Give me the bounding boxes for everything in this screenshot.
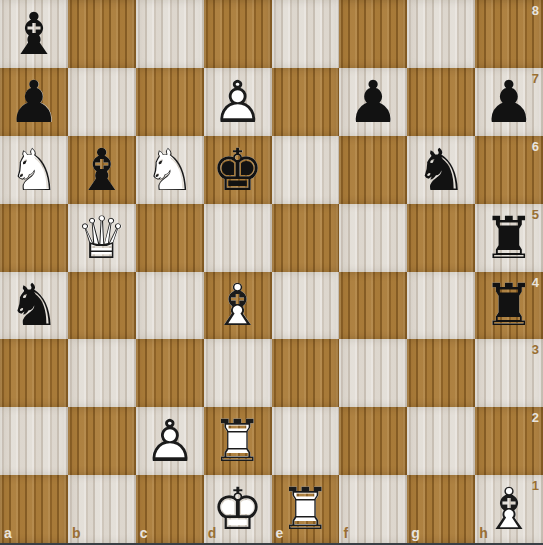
black-pawn-glyph-detail: ♟ [475, 68, 543, 136]
white-pawn-glyph-detail: ♙ [204, 68, 272, 136]
square-b2[interactable] [68, 407, 136, 475]
square-f5[interactable] [339, 204, 407, 272]
piece-black-pawn[interactable]: ♙♟ [339, 68, 407, 136]
piece-black-rook[interactable]: ♖♜ [475, 204, 543, 272]
square-c2[interactable]: ♟♙ [136, 407, 204, 475]
piece-black-bishop[interactable]: ♗♝ [0, 0, 68, 68]
white-knight-glyph-detail: ♘ [0, 136, 68, 204]
black-pawn-glyph-detail: ♟ [0, 68, 68, 136]
black-knight-glyph-detail: ♞ [0, 272, 68, 340]
square-b1[interactable]: b [68, 475, 136, 543]
piece-white-queen[interactable]: ♛♕ [68, 204, 136, 272]
square-a3[interactable] [0, 339, 68, 407]
square-d4[interactable]: ♝♗ [204, 272, 272, 340]
square-f8[interactable] [339, 0, 407, 68]
piece-black-king[interactable]: ♔♚ [204, 136, 272, 204]
square-b5[interactable]: ♛♕ [68, 204, 136, 272]
rank-label-2: 2 [532, 410, 539, 425]
file-label-a: a [4, 525, 12, 541]
square-h4[interactable]: ♖♜4 [475, 272, 543, 340]
square-g5[interactable] [407, 204, 475, 272]
square-f2[interactable] [339, 407, 407, 475]
square-c1[interactable]: c [136, 475, 204, 543]
square-g6[interactable]: ♘♞ [407, 136, 475, 204]
black-rook-glyph-detail: ♜ [475, 204, 543, 272]
chess-board-wrap: ♗♝8♙♟♟♙♙♟♙♟7♞♘♗♝♞♘♔♚♘♞6♛♕♖♜5♘♞♝♗♖♜43♟♙♜♖… [0, 0, 543, 545]
square-c3[interactable] [136, 339, 204, 407]
white-king-glyph-detail: ♔ [204, 475, 272, 543]
square-d2[interactable]: ♜♖ [204, 407, 272, 475]
black-bishop-glyph-detail: ♝ [68, 136, 136, 204]
square-b3[interactable] [68, 339, 136, 407]
square-e1[interactable]: ♜♖e [272, 475, 340, 543]
piece-black-bishop[interactable]: ♗♝ [68, 136, 136, 204]
square-d7[interactable]: ♟♙ [204, 68, 272, 136]
square-g4[interactable] [407, 272, 475, 340]
file-label-f: f [343, 525, 348, 541]
square-e4[interactable] [272, 272, 340, 340]
white-rook-glyph-detail: ♖ [204, 407, 272, 475]
black-rook-glyph-detail: ♜ [475, 272, 543, 340]
square-e6[interactable] [272, 136, 340, 204]
square-c4[interactable] [136, 272, 204, 340]
piece-white-king[interactable]: ♚♔ [204, 475, 272, 543]
piece-white-knight[interactable]: ♞♘ [0, 136, 68, 204]
square-g1[interactable]: g [407, 475, 475, 543]
square-b4[interactable] [68, 272, 136, 340]
square-b7[interactable] [68, 68, 136, 136]
piece-white-bishop[interactable]: ♝♗ [475, 475, 543, 543]
chess-board: ♗♝8♙♟♟♙♙♟♙♟7♞♘♗♝♞♘♔♚♘♞6♛♕♖♜5♘♞♝♗♖♜43♟♙♜♖… [0, 0, 543, 543]
piece-black-pawn[interactable]: ♙♟ [475, 68, 543, 136]
piece-black-knight[interactable]: ♘♞ [0, 272, 68, 340]
square-g8[interactable] [407, 0, 475, 68]
square-a7[interactable]: ♙♟ [0, 68, 68, 136]
white-bishop-glyph-detail: ♗ [475, 475, 543, 543]
square-a4[interactable]: ♘♞ [0, 272, 68, 340]
square-f1[interactable]: f [339, 475, 407, 543]
square-e5[interactable] [272, 204, 340, 272]
square-a8[interactable]: ♗♝ [0, 0, 68, 68]
black-bishop-glyph-detail: ♝ [0, 0, 68, 68]
piece-white-rook[interactable]: ♜♖ [204, 407, 272, 475]
square-d8[interactable] [204, 0, 272, 68]
white-bishop-glyph-detail: ♗ [204, 272, 272, 340]
square-d6[interactable]: ♔♚ [204, 136, 272, 204]
square-a5[interactable] [0, 204, 68, 272]
square-h3[interactable]: 3 [475, 339, 543, 407]
file-label-b: b [72, 525, 81, 541]
square-g7[interactable] [407, 68, 475, 136]
square-d5[interactable] [204, 204, 272, 272]
rank-label-3: 3 [532, 342, 539, 357]
piece-black-knight[interactable]: ♘♞ [407, 136, 475, 204]
rank-label-8: 8 [532, 3, 539, 18]
black-pawn-glyph-detail: ♟ [339, 68, 407, 136]
square-b8[interactable] [68, 0, 136, 68]
square-f7[interactable]: ♙♟ [339, 68, 407, 136]
rank-label-6: 6 [532, 139, 539, 154]
square-h1[interactable]: ♝♗1h [475, 475, 543, 543]
piece-white-bishop[interactable]: ♝♗ [204, 272, 272, 340]
black-king-glyph-detail: ♚ [204, 136, 272, 204]
square-h6[interactable]: 6 [475, 136, 543, 204]
white-pawn-glyph-detail: ♙ [136, 407, 204, 475]
square-c5[interactable] [136, 204, 204, 272]
square-c6[interactable]: ♞♘ [136, 136, 204, 204]
square-a6[interactable]: ♞♘ [0, 136, 68, 204]
file-label-c: c [140, 525, 148, 541]
square-h7[interactable]: ♙♟7 [475, 68, 543, 136]
white-knight-glyph-detail: ♘ [136, 136, 204, 204]
piece-white-rook[interactable]: ♜♖ [272, 475, 340, 543]
black-knight-glyph-detail: ♞ [407, 136, 475, 204]
square-c7[interactable] [136, 68, 204, 136]
white-queen-glyph-detail: ♕ [68, 204, 136, 272]
piece-white-knight[interactable]: ♞♘ [136, 136, 204, 204]
square-d1[interactable]: ♚♔d [204, 475, 272, 543]
square-a1[interactable]: a [0, 475, 68, 543]
piece-black-rook[interactable]: ♖♜ [475, 272, 543, 340]
square-b6[interactable]: ♗♝ [68, 136, 136, 204]
square-h8[interactable]: 8 [475, 0, 543, 68]
piece-white-pawn[interactable]: ♟♙ [204, 68, 272, 136]
square-a2[interactable] [0, 407, 68, 475]
square-f6[interactable] [339, 136, 407, 204]
piece-black-pawn[interactable]: ♙♟ [0, 68, 68, 136]
square-e2[interactable] [272, 407, 340, 475]
square-e8[interactable] [272, 0, 340, 68]
square-h5[interactable]: ♖♜5 [475, 204, 543, 272]
square-f4[interactable] [339, 272, 407, 340]
piece-white-pawn[interactable]: ♟♙ [136, 407, 204, 475]
square-h2[interactable]: 2 [475, 407, 543, 475]
square-g2[interactable] [407, 407, 475, 475]
white-rook-glyph-detail: ♖ [272, 475, 340, 543]
square-e7[interactable] [272, 68, 340, 136]
square-c8[interactable] [136, 0, 204, 68]
square-e3[interactable] [272, 339, 340, 407]
square-g3[interactable] [407, 339, 475, 407]
square-d3[interactable] [204, 339, 272, 407]
file-label-g: g [411, 525, 420, 541]
square-f3[interactable] [339, 339, 407, 407]
